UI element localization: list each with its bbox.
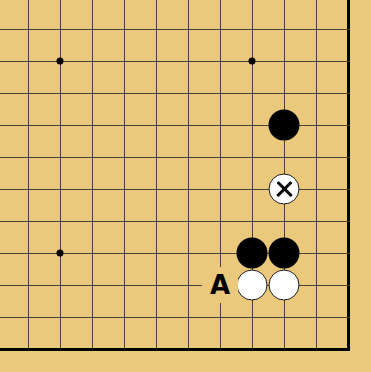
black-stone xyxy=(269,238,300,269)
star-point xyxy=(249,58,256,65)
grid-line-vertical xyxy=(156,0,157,351)
go-diagram: A xyxy=(0,0,371,372)
grid-line-vertical xyxy=(188,0,189,351)
white-stone xyxy=(269,174,300,205)
point-label-A: A xyxy=(202,267,238,303)
black-stone xyxy=(269,110,300,141)
grid-line-vertical xyxy=(316,0,317,351)
star-point xyxy=(57,58,64,65)
grid-line-horizontal xyxy=(0,93,350,94)
grid-line-horizontal xyxy=(0,221,350,222)
grid-line-vertical xyxy=(92,0,93,351)
grid-line-vertical xyxy=(124,0,125,351)
go-board[interactable]: A xyxy=(0,0,371,372)
board-edge-bottom xyxy=(0,348,350,351)
black-stone xyxy=(237,238,268,269)
grid-line-vertical xyxy=(28,0,29,351)
white-stone xyxy=(237,270,268,301)
star-point xyxy=(57,250,64,257)
grid-line-vertical xyxy=(60,0,61,351)
board-edge-right xyxy=(347,0,350,351)
grid-line-horizontal xyxy=(0,29,350,30)
grid-line-horizontal xyxy=(0,317,350,318)
white-stone xyxy=(269,270,300,301)
grid-line-horizontal xyxy=(0,61,350,62)
grid-line-horizontal xyxy=(0,157,350,158)
